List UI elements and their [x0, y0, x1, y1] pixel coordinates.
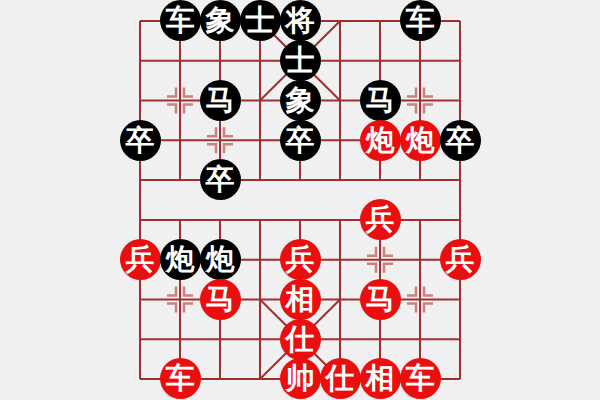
piece-red-pawn[interactable]: 兵: [440, 239, 481, 280]
piece-black-pawn[interactable]: 卒: [440, 120, 481, 161]
piece-red-advisor[interactable]: 仕: [320, 358, 361, 399]
piece-black-cannon[interactable]: 炮: [160, 239, 201, 280]
piece-black-horse[interactable]: 马: [360, 80, 401, 121]
piece-black-pawn[interactable]: 卒: [120, 120, 161, 161]
piece-red-horse[interactable]: 马: [360, 279, 401, 320]
piece-black-horse[interactable]: 马: [200, 80, 241, 121]
piece-red-elephant[interactable]: 相: [280, 279, 321, 320]
piece-red-pawn[interactable]: 兵: [360, 199, 401, 240]
piece-red-horse[interactable]: 马: [200, 279, 241, 320]
piece-black-advisor[interactable]: 士: [280, 40, 321, 81]
piece-black-general[interactable]: 将: [280, 0, 321, 41]
piece-black-cannon[interactable]: 炮: [200, 239, 241, 280]
piece-grid: 车象士将车士马象马卒卒炮炮卒卒兵兵炮炮兵兵马相马仕车帅仕相车: [120, 1, 480, 399]
piece-black-advisor[interactable]: 士: [240, 0, 281, 41]
piece-red-elephant[interactable]: 相: [360, 358, 401, 399]
piece-red-advisor[interactable]: 仕: [280, 319, 321, 360]
piece-black-chariot[interactable]: 车: [400, 0, 441, 41]
piece-red-general[interactable]: 帅: [280, 358, 321, 399]
piece-black-pawn[interactable]: 卒: [200, 159, 241, 200]
piece-black-chariot[interactable]: 车: [160, 0, 201, 41]
piece-red-cannon[interactable]: 炮: [400, 120, 441, 161]
piece-red-cannon[interactable]: 炮: [360, 120, 401, 161]
piece-black-elephant[interactable]: 象: [280, 80, 321, 121]
xiangqi-board-screenshot: 车象士将车士马象马卒卒炮炮卒卒兵兵炮炮兵兵马相马仕车帅仕相车: [0, 0, 600, 400]
piece-red-chariot[interactable]: 车: [160, 358, 201, 399]
piece-black-pawn[interactable]: 卒: [280, 120, 321, 161]
piece-red-chariot[interactable]: 车: [400, 358, 441, 399]
piece-red-pawn[interactable]: 兵: [280, 239, 321, 280]
piece-red-pawn[interactable]: 兵: [120, 239, 161, 280]
piece-black-elephant[interactable]: 象: [200, 0, 241, 41]
